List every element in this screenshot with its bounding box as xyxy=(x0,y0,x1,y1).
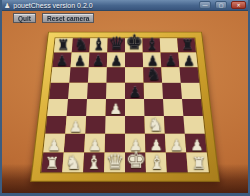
square-a7[interactable]: ♟ xyxy=(52,52,71,67)
square-f5[interactable] xyxy=(144,83,163,99)
board-frame: ♜♞♝♛♚♝♜♟♟♟♟♟♟♟♞♟♟♟♞♟♟♟♟♟♟♜♞♝♛♚♝♜ xyxy=(30,32,220,182)
square-h3[interactable] xyxy=(183,116,204,134)
white-knight-piece[interactable]: ♞ xyxy=(147,116,163,134)
window-title: pouetChess version 0.2.0 xyxy=(13,2,195,9)
square-h2[interactable]: ♟ xyxy=(185,134,207,153)
black-knight-piece[interactable]: ♞ xyxy=(145,66,160,83)
close-button[interactable]: ✕ xyxy=(231,1,246,9)
white-queen-piece[interactable]: ♛ xyxy=(105,151,124,172)
square-g7[interactable]: ♟ xyxy=(161,52,180,67)
square-a5[interactable] xyxy=(49,83,69,99)
black-bishop-piece[interactable]: ♝ xyxy=(145,37,159,53)
white-pawn-piece[interactable]: ♟ xyxy=(47,138,61,153)
minimize-button[interactable]: — xyxy=(199,1,211,9)
white-knight-piece[interactable]: ♞ xyxy=(64,153,81,172)
square-g4[interactable] xyxy=(163,99,183,116)
square-c1[interactable]: ♝ xyxy=(83,153,104,173)
black-knight-piece[interactable]: ♞ xyxy=(73,37,87,53)
white-pawn-piece[interactable]: ♟ xyxy=(169,138,183,153)
square-c6[interactable] xyxy=(88,67,107,83)
square-b2[interactable] xyxy=(64,134,85,153)
square-g3[interactable] xyxy=(164,116,185,134)
square-b7[interactable]: ♟ xyxy=(71,52,90,67)
square-h4[interactable] xyxy=(182,99,203,116)
square-f6[interactable]: ♞ xyxy=(143,67,162,83)
black-pawn-piece[interactable]: ♟ xyxy=(55,54,67,67)
square-b5[interactable] xyxy=(68,83,88,99)
square-d6[interactable] xyxy=(106,67,125,83)
square-c3[interactable] xyxy=(85,116,105,134)
square-h8[interactable]: ♜ xyxy=(177,38,196,52)
white-bishop-piece[interactable]: ♝ xyxy=(85,153,102,172)
square-e4[interactable] xyxy=(125,99,144,116)
square-a2[interactable]: ♟ xyxy=(43,134,65,153)
square-c4[interactable] xyxy=(86,99,106,116)
square-g6[interactable] xyxy=(161,67,180,83)
black-pawn-piece[interactable]: ♟ xyxy=(128,85,141,99)
black-pawn-piece[interactable]: ♟ xyxy=(164,54,176,67)
white-bishop-piece[interactable]: ♝ xyxy=(148,153,165,172)
square-b1[interactable]: ♞ xyxy=(62,153,84,173)
square-h1[interactable]: ♜ xyxy=(186,153,209,173)
square-h7[interactable]: ♟ xyxy=(178,52,197,67)
square-g5[interactable] xyxy=(162,83,182,99)
black-rook-piece[interactable]: ♜ xyxy=(57,38,70,52)
square-c7[interactable]: ♟ xyxy=(89,52,108,67)
square-d3[interactable] xyxy=(105,116,125,134)
board-perspective-wrap: ♜♞♝♛♚♝♜♟♟♟♟♟♟♟♞♟♟♟♞♟♟♟♟♟♟♜♞♝♛♚♝♜ xyxy=(40,14,210,184)
square-f3[interactable]: ♞ xyxy=(144,116,164,134)
black-pawn-piece[interactable]: ♟ xyxy=(110,54,122,67)
square-e7[interactable] xyxy=(125,52,143,67)
reset-camera-button[interactable]: Reset camera xyxy=(42,13,94,23)
black-rook-piece[interactable]: ♜ xyxy=(181,38,194,52)
maximize-button[interactable]: ▢ xyxy=(215,1,227,9)
square-g2[interactable]: ♟ xyxy=(165,134,186,153)
square-c2[interactable]: ♟ xyxy=(84,134,105,153)
app-icon: ♟ xyxy=(4,2,10,9)
square-c8[interactable]: ♝ xyxy=(89,38,107,52)
square-d1[interactable]: ♛ xyxy=(104,153,125,173)
square-a1[interactable]: ♜ xyxy=(41,153,64,173)
black-queen-piece[interactable]: ♛ xyxy=(108,35,124,53)
square-h6[interactable] xyxy=(179,67,199,83)
white-rook-piece[interactable]: ♜ xyxy=(44,156,59,173)
square-a8[interactable]: ♜ xyxy=(54,38,73,52)
square-a4[interactable] xyxy=(47,99,68,116)
square-d7[interactable]: ♟ xyxy=(107,52,125,67)
black-pawn-piece[interactable]: ♟ xyxy=(74,54,86,67)
white-pawn-piece[interactable]: ♟ xyxy=(88,138,102,153)
square-e6[interactable] xyxy=(125,67,144,83)
square-g1[interactable] xyxy=(166,153,188,173)
square-h5[interactable] xyxy=(181,83,201,99)
white-pawn-piece[interactable]: ♟ xyxy=(109,102,122,116)
white-king-piece[interactable]: ♚ xyxy=(125,149,146,172)
square-d8[interactable]: ♛ xyxy=(107,38,125,52)
white-pawn-piece[interactable]: ♟ xyxy=(190,138,204,153)
game-scene: Quit Reset camera ♜♞♝♛♚♝♜♟♟♟♟♟♟♟♞♟♟♟♞♟♟♟… xyxy=(2,11,248,193)
title-bar[interactable]: ♟ pouetChess version 0.2.0 — ▢ ✕ xyxy=(2,0,248,11)
square-e8[interactable]: ♚ xyxy=(125,38,143,52)
black-pawn-piece[interactable]: ♟ xyxy=(183,54,195,67)
square-f8[interactable]: ♝ xyxy=(142,38,160,52)
square-a3[interactable] xyxy=(45,116,66,134)
square-d4[interactable]: ♟ xyxy=(106,99,125,116)
square-g8[interactable] xyxy=(160,38,179,52)
square-e3[interactable] xyxy=(125,116,145,134)
black-king-piece[interactable]: ♚ xyxy=(125,33,143,53)
board: ♜♞♝♛♚♝♜♟♟♟♟♟♟♟♞♟♟♟♞♟♟♟♟♟♟♜♞♝♛♚♝♜ xyxy=(41,38,209,172)
square-b4[interactable] xyxy=(67,99,87,116)
toolbar: Quit Reset camera xyxy=(13,13,94,23)
square-a6[interactable] xyxy=(51,67,71,83)
square-e5[interactable]: ♟ xyxy=(125,83,144,99)
white-rook-piece[interactable]: ♜ xyxy=(191,156,206,173)
square-c5[interactable] xyxy=(87,83,106,99)
square-b3[interactable]: ♟ xyxy=(65,116,86,134)
square-b8[interactable]: ♞ xyxy=(72,38,91,52)
square-f1[interactable]: ♝ xyxy=(145,153,166,173)
app-window: ♟ pouetChess version 0.2.0 — ▢ ✕ Quit Re… xyxy=(0,0,250,196)
square-f2[interactable]: ♟ xyxy=(145,134,166,153)
quit-button[interactable]: Quit xyxy=(13,13,36,23)
square-b6[interactable] xyxy=(69,67,88,83)
black-bishop-piece[interactable]: ♝ xyxy=(91,37,105,53)
white-pawn-piece[interactable]: ♟ xyxy=(149,138,163,153)
black-pawn-piece[interactable]: ♟ xyxy=(92,54,104,67)
white-pawn-piece[interactable]: ♟ xyxy=(69,119,82,134)
square-e1[interactable]: ♚ xyxy=(125,153,146,173)
square-d5[interactable] xyxy=(106,83,125,99)
